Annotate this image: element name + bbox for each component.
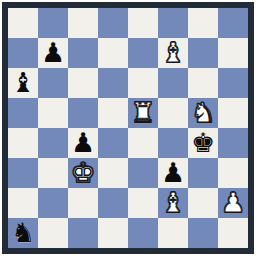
square-g2[interactable] — [188, 188, 218, 218]
square-h8[interactable] — [218, 8, 248, 38]
square-a8[interactable] — [8, 8, 38, 38]
black-bishop-a6[interactable]: ♝ — [11, 68, 35, 98]
square-d6[interactable] — [98, 68, 128, 98]
white-rook-e5[interactable]: ♜ — [131, 98, 155, 128]
square-c3[interactable]: ♚ — [68, 158, 98, 188]
square-d3[interactable] — [98, 158, 128, 188]
white-bishop-f2[interactable]: ♝ — [161, 188, 185, 218]
square-f2[interactable]: ♝ — [158, 188, 188, 218]
square-b4[interactable] — [38, 128, 68, 158]
square-h3[interactable] — [218, 158, 248, 188]
square-b5[interactable] — [38, 98, 68, 128]
white-knight-g5[interactable]: ♞ — [191, 98, 215, 128]
square-e5[interactable]: ♜ — [128, 98, 158, 128]
square-h2[interactable]: ♟ — [218, 188, 248, 218]
square-b3[interactable] — [38, 158, 68, 188]
square-g4[interactable]: ♚ — [188, 128, 218, 158]
square-b2[interactable] — [38, 188, 68, 218]
square-a4[interactable] — [8, 128, 38, 158]
square-g8[interactable] — [188, 8, 218, 38]
square-e2[interactable] — [128, 188, 158, 218]
square-e1[interactable] — [128, 218, 158, 248]
white-pawn-h2[interactable]: ♟ — [221, 188, 245, 218]
square-g5[interactable]: ♞ — [188, 98, 218, 128]
black-pawn-f3[interactable]: ♟ — [161, 158, 185, 188]
square-c6[interactable] — [68, 68, 98, 98]
square-e7[interactable] — [128, 38, 158, 68]
square-f7[interactable]: ♝ — [158, 38, 188, 68]
square-b1[interactable] — [38, 218, 68, 248]
square-c2[interactable] — [68, 188, 98, 218]
square-f3[interactable]: ♟ — [158, 158, 188, 188]
chess-board: ♟♝♝♜♞♟♚♚♟♝♟♞ — [8, 8, 248, 248]
square-f6[interactable] — [158, 68, 188, 98]
square-h7[interactable] — [218, 38, 248, 68]
square-c1[interactable] — [68, 218, 98, 248]
square-a7[interactable] — [8, 38, 38, 68]
square-h1[interactable] — [218, 218, 248, 248]
black-knight-a1[interactable]: ♞ — [11, 218, 35, 248]
square-d1[interactable] — [98, 218, 128, 248]
square-h6[interactable] — [218, 68, 248, 98]
white-king-c3[interactable]: ♚ — [71, 158, 95, 188]
square-a3[interactable] — [8, 158, 38, 188]
square-c4[interactable]: ♟ — [68, 128, 98, 158]
square-d4[interactable] — [98, 128, 128, 158]
square-a1[interactable]: ♞ — [8, 218, 38, 248]
square-c8[interactable] — [68, 8, 98, 38]
square-f5[interactable] — [158, 98, 188, 128]
square-e8[interactable] — [128, 8, 158, 38]
square-c7[interactable] — [68, 38, 98, 68]
square-e3[interactable] — [128, 158, 158, 188]
black-king-g4[interactable]: ♚ — [191, 128, 215, 158]
black-pawn-c4[interactable]: ♟ — [71, 128, 95, 158]
square-g6[interactable] — [188, 68, 218, 98]
square-a6[interactable]: ♝ — [8, 68, 38, 98]
square-d8[interactable] — [98, 8, 128, 38]
black-pawn-b7[interactable]: ♟ — [41, 38, 65, 68]
square-d5[interactable] — [98, 98, 128, 128]
square-g1[interactable] — [188, 218, 218, 248]
square-f4[interactable] — [158, 128, 188, 158]
square-a2[interactable] — [8, 188, 38, 218]
chess-diagram-page: ♟♝♝♜♞♟♚♚♟♝♟♞ — [0, 0, 257, 256]
square-c5[interactable] — [68, 98, 98, 128]
square-e4[interactable] — [128, 128, 158, 158]
square-d7[interactable] — [98, 38, 128, 68]
square-f1[interactable] — [158, 218, 188, 248]
square-d2[interactable] — [98, 188, 128, 218]
square-h4[interactable] — [218, 128, 248, 158]
square-b7[interactable]: ♟ — [38, 38, 68, 68]
square-h5[interactable] — [218, 98, 248, 128]
square-g7[interactable] — [188, 38, 218, 68]
white-bishop-f7[interactable]: ♝ — [161, 38, 185, 68]
square-b8[interactable] — [38, 8, 68, 38]
square-b6[interactable] — [38, 68, 68, 98]
square-e6[interactable] — [128, 68, 158, 98]
board-frame: ♟♝♝♜♞♟♚♚♟♝♟♞ — [2, 2, 254, 254]
square-g3[interactable] — [188, 158, 218, 188]
square-a5[interactable] — [8, 98, 38, 128]
square-f8[interactable] — [158, 8, 188, 38]
